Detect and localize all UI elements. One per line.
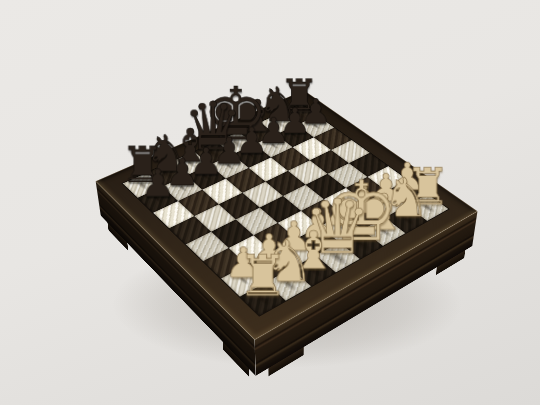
bracket-foot [223, 342, 249, 377]
bracket-foot [107, 223, 128, 252]
photo-stage: ♜♞♝♛♚♝♞♜♟♟♟♟♟♟♟♟♟♟♟♟♟♟♟♟♜♞♝♛♚♝♞♜ [0, 0, 540, 405]
scene-3d: ♜♞♝♛♚♝♞♜♟♟♟♟♟♟♟♟♟♟♟♟♟♟♟♟♜♞♝♛♚♝♞♜ [0, 0, 540, 405]
chessboard: ♜♞♝♛♚♝♞♜♟♟♟♟♟♟♟♟♟♟♟♟♟♟♟♟♜♞♝♛♚♝♞♜ [96, 90, 478, 340]
white-rook-glyph: ♜ [218, 242, 308, 298]
bracket-foot [436, 250, 465, 275]
bracket-foot [268, 347, 303, 376]
black-pawn-glyph: ♟ [118, 161, 198, 199]
